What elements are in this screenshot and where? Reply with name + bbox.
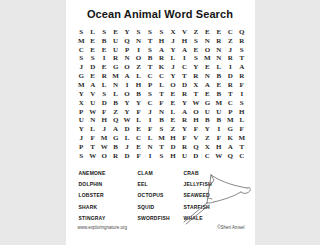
grid-cell-r12c5: D (121, 125, 132, 134)
grid-cell-r6c14: D (225, 72, 236, 81)
grid-cell-r6c15: R (236, 72, 247, 81)
grid-cell-r1c7: S (144, 28, 155, 37)
grid-cell-r11c4: Q (110, 116, 121, 125)
grid-cell-r1c2: L (87, 28, 98, 37)
grid-cell-r3c4: U (110, 46, 121, 55)
grid-cell-r4c4: R (110, 55, 121, 64)
grid-cell-r5c15: A (236, 63, 247, 72)
word-search-grid: SLSEYSSSXVZEECQMEBUQNTHJHSNRZRCEEUPISAYA… (76, 28, 248, 161)
grid-cell-r15c9: H (167, 152, 178, 161)
grid-cell-r5c12: E (202, 63, 213, 72)
grid-cell-r10c6: F (133, 108, 144, 117)
grid-cell-r6c3: R (98, 72, 109, 81)
grid-cell-r2c4: U (110, 37, 121, 46)
grid-cell-r2c14: Z (225, 37, 236, 46)
grid-cell-r8c10: R (179, 90, 190, 99)
grid-cell-r8c12: E (202, 90, 213, 99)
grid-cell-r11c10: R (179, 116, 190, 125)
grid-cell-r10c3: F (98, 108, 109, 117)
grid-cell-r6c2: E (87, 72, 98, 81)
grid-cell-r8c2: V (87, 90, 98, 99)
puzzle-title: Ocean Animal Word Search (66, 8, 255, 20)
grid-cell-r15c7: I (144, 152, 155, 161)
grid-cell-r1c9: X (167, 28, 178, 37)
grid-cell-r6c13: B (213, 72, 224, 81)
grid-cell-r11c1: U (76, 116, 87, 125)
grid-cell-r4c8: R (156, 55, 167, 64)
grid-cell-r7c15: F (236, 81, 247, 90)
grid-cell-r11c6: L (133, 116, 144, 125)
grid-cell-r4c11: S (190, 55, 201, 64)
grid-cell-r7c9: O (167, 81, 178, 90)
grid-cell-r3c5: P (121, 46, 132, 55)
grid-cell-r1c4: E (110, 28, 121, 37)
grid-cell-r4c3: I (98, 55, 109, 64)
grid-cell-r11c2: N (87, 116, 98, 125)
grid-cell-r11c12: B (202, 116, 213, 125)
grid-cell-r13c6: C (133, 134, 144, 143)
grid-cell-r10c7: J (144, 108, 155, 117)
grid-cell-r3c1: C (76, 46, 87, 55)
grid-cell-r4c10: I (179, 55, 190, 64)
grid-cell-r6c11: R (190, 72, 201, 81)
grid-cell-r13c7: L (144, 134, 155, 143)
grid-cell-r5c11: Y (190, 63, 201, 72)
grid-cell-r2c6: N (133, 37, 144, 46)
grid-cell-r1c11: Z (190, 28, 201, 37)
grid-cell-r13c4: G (110, 134, 121, 143)
word-item-lobster: LOBSTER (79, 192, 138, 203)
grid-cell-r5c5: O (121, 63, 132, 72)
grid-cell-r1c15: Q (236, 28, 247, 37)
grid-cell-r2c2: E (87, 37, 98, 46)
grid-cell-r10c15: H (236, 108, 247, 117)
grid-cell-r9c15: S (236, 99, 247, 108)
grid-cell-r13c8: M (156, 134, 167, 143)
grid-cell-r13c15: M (236, 134, 247, 143)
grid-cell-r8c8: T (156, 90, 167, 99)
grid-cell-r7c1: M (76, 81, 87, 90)
grid-cell-r1c10: V (179, 28, 190, 37)
grid-cell-r4c6: O (133, 55, 144, 64)
grid-cell-r13c13: F (213, 134, 224, 143)
grid-cell-r6c8: C (156, 72, 167, 81)
grid-cell-r14c4: B (110, 143, 121, 152)
grid-cell-r15c1: S (76, 152, 87, 161)
grid-cell-r10c9: L (167, 108, 178, 117)
grid-cell-r7c12: A (202, 81, 213, 90)
grid-cell-r6c7: C (144, 72, 155, 81)
grid-cell-r11c11: H (190, 116, 201, 125)
grid-cell-r15c3: O (98, 152, 109, 161)
grid-cell-r7c3: L (98, 81, 109, 90)
grid-cell-r14c10: R (179, 143, 190, 152)
grid-cell-r3c12: O (202, 46, 213, 55)
grid-cell-r14c9: D (167, 143, 178, 152)
grid-cell-r12c9: Z (167, 125, 178, 134)
grid-cell-r8c7: S (144, 90, 155, 99)
grid-cell-r15c14: Q (225, 152, 236, 161)
grid-cell-r7c10: D (179, 81, 190, 90)
grid-cell-r10c12: U (202, 108, 213, 117)
grid-cell-r1c14: C (225, 28, 236, 37)
grid-cell-r12c12: Y (202, 125, 213, 134)
grid-cell-r7c7: P (144, 81, 155, 90)
grid-cell-r7c11: X (190, 81, 201, 90)
grid-cell-r14c11: Q (190, 143, 201, 152)
word-item-anemone: ANEMONE (79, 170, 138, 181)
grid-cell-r14c14: A (225, 143, 236, 152)
grid-cell-r1c5: Y (121, 28, 132, 37)
grid-cell-r2c12: N (202, 37, 213, 46)
grid-cell-r5c9: J (167, 63, 178, 72)
worksheet-page: Ocean Animal Word Search SLSEYSSSXVZEECQ… (66, 0, 255, 245)
grid-cell-r12c13: I (213, 125, 224, 134)
grid-cell-r10c5: Y (121, 108, 132, 117)
grid-cell-r13c14: K (225, 134, 236, 143)
grid-cell-r7c8: L (156, 81, 167, 90)
grid-cell-r10c4: Z (110, 108, 121, 117)
grid-cell-r13c9: H (167, 134, 178, 143)
grid-cell-r5c2: D (87, 63, 98, 72)
grid-cell-r8c14: T (225, 90, 236, 99)
grid-cell-r9c9: E (167, 99, 178, 108)
grid-cell-r8c5: O (121, 90, 132, 99)
grid-cell-r7c14: R (225, 81, 236, 90)
grid-cell-r3c11: E (190, 46, 201, 55)
grid-cell-r3c13: N (213, 46, 224, 55)
grid-cell-r11c15: L (236, 116, 247, 125)
grid-cell-r8c9: E (167, 90, 178, 99)
grid-cell-r7c13: E (213, 81, 224, 90)
grid-cell-r9c6: Y (133, 99, 144, 108)
grid-cell-r2c9: J (167, 37, 178, 46)
grid-cell-r14c7: N (144, 143, 155, 152)
grid-cell-r15c8: S (156, 152, 167, 161)
grid-cell-r13c12: Z (202, 134, 213, 143)
grid-cell-r9c8: F (156, 99, 167, 108)
grid-cell-r6c5: A (121, 72, 132, 81)
grid-cell-r5c6: Z (133, 63, 144, 72)
grid-cell-r13c2: F (87, 134, 98, 143)
grid-cell-r4c7: B (144, 55, 155, 64)
grid-cell-r4c12: M (202, 55, 213, 64)
grid-cell-r2c8: H (156, 37, 167, 46)
grid-cell-r8c15: I (236, 90, 247, 99)
grid-cell-r9c5: Y (121, 99, 132, 108)
grid-cell-r14c5: J (121, 143, 132, 152)
grid-cell-r3c6: I (133, 46, 144, 55)
grid-cell-r5c3: E (98, 63, 109, 72)
grid-cell-r4c9: L (167, 55, 178, 64)
grid-cell-r9c7: C (144, 99, 155, 108)
author-credit: ©Sheri Amsel (217, 225, 244, 230)
grid-cell-r15c4: R (110, 152, 121, 161)
grid-cell-r11c9: E (167, 116, 178, 125)
grid-cell-r5c7: T (144, 63, 155, 72)
grid-cell-r5c4: G (110, 63, 121, 72)
grid-cell-r4c1: S (76, 55, 87, 64)
grid-cell-r9c10: Y (179, 99, 190, 108)
grid-cell-r15c6: F (133, 152, 144, 161)
grid-cell-r8c11: T (190, 90, 201, 99)
grid-cell-r12c6: E (133, 125, 144, 134)
grid-cell-r11c5: W (121, 116, 132, 125)
word-item-shark: SHARK (79, 204, 138, 215)
grid-cell-r6c12: N (202, 72, 213, 81)
word-item-dolphin: DOLPHIN (79, 181, 138, 192)
grid-cell-r6c10: T (179, 72, 190, 81)
grid-cell-r12c3: J (98, 125, 109, 134)
grid-cell-r12c15: F (236, 125, 247, 134)
grid-cell-r6c1: G (76, 72, 87, 81)
grid-cell-r11c3: H (98, 116, 109, 125)
grid-cell-r7c2: A (87, 81, 98, 90)
grid-cell-r2c11: S (190, 37, 201, 46)
grid-cell-r2c1: M (76, 37, 87, 46)
grid-cell-r2c10: H (179, 37, 190, 46)
grid-cell-r3c14: J (225, 46, 236, 55)
grid-cell-r10c10: A (179, 108, 190, 117)
grid-cell-r12c4: A (110, 125, 121, 134)
grid-cell-r3c8: A (156, 46, 167, 55)
grid-cell-r2c5: Q (121, 37, 132, 46)
grid-cell-r14c2: T (87, 143, 98, 152)
grid-cell-r3c3: E (98, 46, 109, 55)
grid-cell-r9c14: C (225, 99, 236, 108)
grid-cell-r7c6: H (133, 81, 144, 90)
grid-cell-r12c10: Y (179, 125, 190, 134)
grid-cell-r13c3: M (98, 134, 109, 143)
grid-cell-r3c9: Y (167, 46, 178, 55)
grid-cell-r1c6: S (133, 28, 144, 37)
grid-cell-r8c4: L (110, 90, 121, 99)
grid-cell-r8c6: B (133, 90, 144, 99)
grid-cell-r9c4: B (110, 99, 121, 108)
grid-cell-r9c3: D (98, 99, 109, 108)
grid-cell-r14c6: E (133, 143, 144, 152)
grid-cell-r12c2: L (87, 125, 98, 134)
grid-cell-r7c5: I (121, 81, 132, 90)
grid-cell-r14c3: W (98, 143, 109, 152)
grid-cell-r3c10: A (179, 46, 190, 55)
grid-cell-r2c15: R (236, 37, 247, 46)
grid-cell-r3c2: E (87, 46, 98, 55)
grid-cell-r4c15: T (236, 55, 247, 64)
grid-cell-r1c8: S (156, 28, 167, 37)
grid-cell-r8c13: B (213, 90, 224, 99)
grid-cell-r14c1: P (76, 143, 87, 152)
grid-cell-r11c7: I (144, 116, 155, 125)
grid-cell-r4c5: N (121, 55, 132, 64)
grid-cell-r8c1: Y (76, 90, 87, 99)
grid-cell-r2c3: B (98, 37, 109, 46)
grid-cell-r9c1: X (76, 99, 87, 108)
footer: www.exploringnature.org ©Sheri Amsel (78, 225, 245, 230)
grid-cell-r13c11: V (190, 134, 201, 143)
grid-cell-r1c13: E (213, 28, 224, 37)
grid-cell-r14c8: T (156, 143, 167, 152)
grid-cell-r11c14: M (225, 116, 236, 125)
grid-cell-r15c2: W (87, 152, 98, 161)
grid-cell-r12c14: G (225, 125, 236, 134)
grid-cell-r13c10: F (179, 134, 190, 143)
grid-cell-r1c3: S (98, 28, 109, 37)
grid-cell-r15c12: C (202, 152, 213, 161)
grid-cell-r11c13: B (213, 116, 224, 125)
grid-cell-r3c15: S (236, 46, 247, 55)
grid-cell-r6c4: M (110, 72, 121, 81)
grid-cell-r9c2: U (87, 99, 98, 108)
grid-cell-r2c13: R (213, 37, 224, 46)
grid-cell-r9c13: M (213, 99, 224, 108)
grid-cell-r4c13: N (213, 55, 224, 64)
grid-cell-r12c11: F (190, 125, 201, 134)
grid-cell-r15c15: C (236, 152, 247, 161)
grid-cell-r8c3: S (98, 90, 109, 99)
grid-cell-r5c8: K (156, 63, 167, 72)
grid-cell-r5c10: C (179, 63, 190, 72)
grid-cell-r14c12: X (202, 143, 213, 152)
grid-cell-r13c1: J (76, 134, 87, 143)
grid-cell-r9c12: G (202, 99, 213, 108)
grid-cell-r12c7: F (144, 125, 155, 134)
grid-cell-r4c2: S (87, 55, 98, 64)
grid-cell-r15c13: W (213, 152, 224, 161)
grid-cell-r13c5: L (121, 134, 132, 143)
grid-cell-r12c1: Y (76, 125, 87, 134)
grid-cell-r10c2: W (87, 108, 98, 117)
grid-cell-r10c13: U (213, 108, 224, 117)
grid-cell-r2c7: T (144, 37, 155, 46)
grid-cell-r5c1: J (76, 63, 87, 72)
grid-cell-r15c5: D (121, 152, 132, 161)
grid-cell-r5c13: L (213, 63, 224, 72)
grid-cell-r10c14: P (225, 108, 236, 117)
grid-cell-r10c11: O (190, 108, 201, 117)
grid-cell-r15c11: D (190, 152, 201, 161)
grid-cell-r15c10: U (179, 152, 190, 161)
grid-cell-r10c1: P (76, 108, 87, 117)
grid-cell-r9c11: W (190, 99, 201, 108)
grid-cell-r4c14: R (225, 55, 236, 64)
grid-cell-r6c9: Y (167, 72, 178, 81)
grid-cell-r14c13: H (213, 143, 224, 152)
grid-cell-r7c4: N (110, 81, 121, 90)
grid-cell-r12c8: S (156, 125, 167, 134)
grid-cell-r1c1: S (76, 28, 87, 37)
stingray-illustration (178, 166, 254, 230)
grid-cell-r10c8: N (156, 108, 167, 117)
grid-cell-r5c14: I (225, 63, 236, 72)
website-url: www.exploringnature.org (78, 225, 128, 230)
grid-cell-r14c15: T (236, 143, 247, 152)
grid-cell-r6c6: L (133, 72, 144, 81)
grid-cell-r1c12: E (202, 28, 213, 37)
grid-cell-r3c7: S (144, 46, 155, 55)
grid-cell-r11c8: B (156, 116, 167, 125)
